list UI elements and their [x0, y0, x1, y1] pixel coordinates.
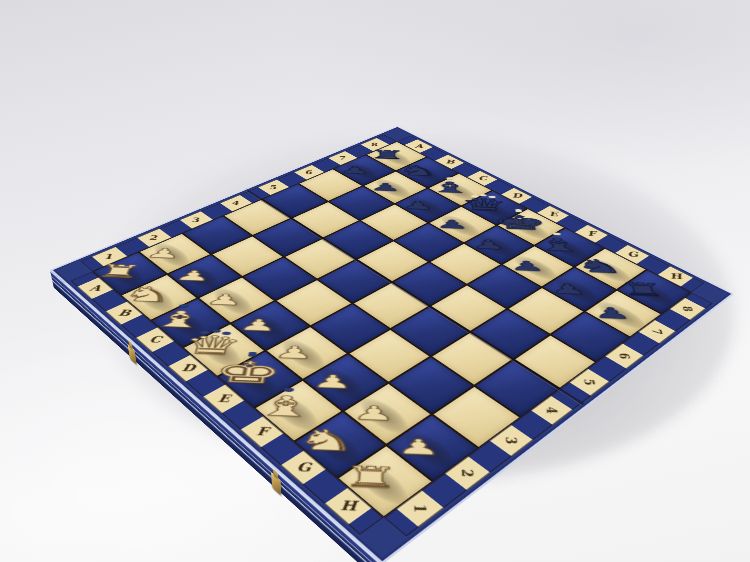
square-h4[interactable] — [476, 360, 559, 416]
rank-label-1: 1 — [405, 497, 434, 521]
square-e4[interactable] — [354, 283, 428, 328]
square-g4[interactable] — [432, 333, 512, 385]
finial-accent-icon — [552, 232, 561, 235]
square-h6[interactable] — [552, 312, 629, 361]
rank-label-7: 7 — [643, 324, 671, 339]
brass-latch-icon — [127, 344, 137, 365]
finial-accent-icon — [446, 177, 454, 180]
finial-accent-icon — [480, 194, 487, 196]
finial-accent-icon — [178, 304, 188, 308]
file-label-D: D — [173, 359, 203, 376]
file-label-A: A — [81, 281, 110, 295]
file-label-H: H — [333, 494, 364, 518]
square-g5[interactable] — [472, 310, 549, 359]
camera-lean: ABCDEFGH ABCDEFGH 87654321 87654321 ♜♞♝♛… — [0, 0, 750, 562]
square-f5[interactable] — [431, 285, 505, 330]
rank-label-5: 5 — [575, 373, 604, 391]
rank-label-4: 4 — [538, 401, 567, 420]
file-label-G: G — [288, 456, 319, 478]
chess-board[interactable]: ABCDEFGH ABCDEFGH 87654321 87654321 ♜♞♝♛… — [50, 126, 734, 562]
square-e2[interactable] — [267, 327, 347, 379]
perspective-wrapper: ABCDEFGH ABCDEFGH 87654321 87654321 ♜♞♝♛… — [142, 32, 643, 533]
square-f2[interactable] — [304, 355, 387, 410]
square-g6[interactable] — [509, 288, 583, 334]
square-e3[interactable] — [312, 304, 389, 352]
rank-label-8: 8 — [674, 302, 702, 317]
square-f3[interactable] — [350, 330, 430, 382]
brass-latch-icon — [271, 472, 281, 496]
square-f4[interactable] — [392, 307, 469, 355]
rank-label-2: 2 — [453, 462, 482, 484]
photo-backdrop: ABCDEFGH ABCDEFGH 87654321 87654321 ♜♞♝♛… — [0, 0, 750, 562]
file-label-B: B — [110, 305, 139, 320]
file-label-F: F — [247, 422, 277, 442]
file-label-C: C — [140, 331, 169, 347]
square-g2[interactable] — [345, 384, 431, 444]
square-g3[interactable] — [390, 357, 473, 413]
file-label-E: E — [208, 389, 238, 408]
finial-accent-icon — [515, 209, 522, 212]
rank-label-3: 3 — [497, 430, 526, 450]
rank-label-6: 6 — [610, 348, 638, 364]
